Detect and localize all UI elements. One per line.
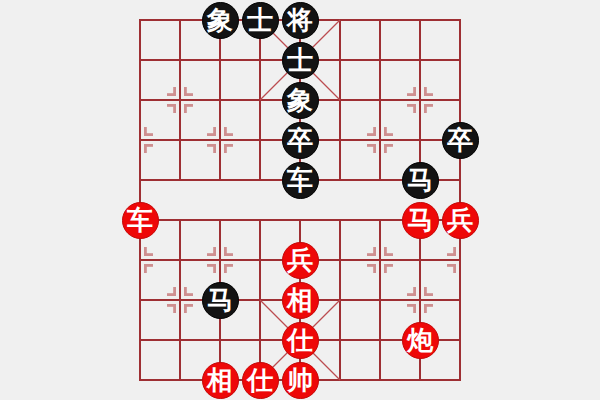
piece-black-general[interactable]: 将 [282,2,319,39]
piece-black-advisor[interactable]: 士 [242,2,279,39]
piece-black-soldier[interactable]: 卒 [282,122,319,159]
piece-red-horse[interactable]: 马 [402,202,439,239]
piece-red-elephant[interactable]: 相 [282,282,319,319]
piece-red-elephant[interactable]: 相 [202,362,239,399]
piece-black-elephant[interactable]: 象 [282,82,319,119]
piece-red-advisor[interactable]: 仕 [242,362,279,399]
piece-black-horse[interactable]: 马 [402,162,439,199]
piece-black-elephant[interactable]: 象 [202,2,239,39]
xiangqi-board[interactable]: 象士将士象卒卒车马马车马兵兵相仕炮相仕帅 [120,0,480,400]
piece-red-advisor[interactable]: 仕 [282,322,319,359]
piece-red-soldier[interactable]: 兵 [442,202,479,239]
piece-black-soldier[interactable]: 卒 [442,122,479,159]
piece-red-chariot[interactable]: 车 [122,202,159,239]
piece-red-general[interactable]: 帅 [282,362,319,399]
piece-black-horse[interactable]: 马 [202,282,239,319]
piece-black-advisor[interactable]: 士 [282,42,319,79]
piece-red-soldier[interactable]: 兵 [282,242,319,279]
xiangqi-app: 象士将士象卒卒车马马车马兵兵相仕炮相仕帅 [0,0,600,400]
piece-black-chariot[interactable]: 车 [282,162,319,199]
piece-red-cannon[interactable]: 炮 [402,322,439,359]
